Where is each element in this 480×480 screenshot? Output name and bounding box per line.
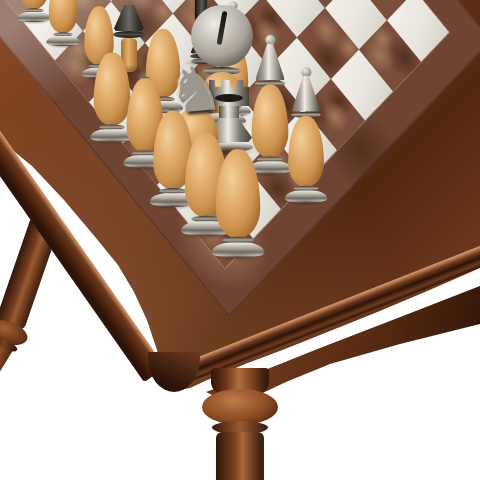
- table-front-leg: [198, 368, 282, 480]
- piece-wood-silver-pawn-b1[interactable]: [266, 0, 346, 203]
- front-leg-turning: [202, 389, 278, 425]
- chess-table-photo: ♞: [0, 0, 480, 480]
- piece-wood-silver-pawn-a1[interactable]: [198, 48, 278, 258]
- piece-shadow: [213, 251, 263, 262]
- piece-shadow: [286, 198, 327, 207]
- front-leg-shaft: [216, 432, 264, 480]
